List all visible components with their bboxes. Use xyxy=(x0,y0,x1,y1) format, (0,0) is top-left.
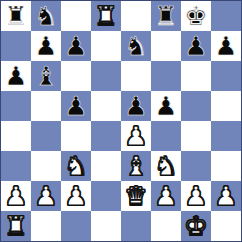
square-b7[interactable]: ♟ xyxy=(31,31,61,61)
square-f7[interactable] xyxy=(151,31,181,61)
square-e7[interactable]: ♞ xyxy=(121,31,151,61)
square-b6[interactable]: ♝ xyxy=(31,61,61,91)
square-f2[interactable]: ♟ xyxy=(151,181,181,211)
square-d2[interactable] xyxy=(91,181,121,211)
square-g3[interactable] xyxy=(181,151,211,181)
square-g8[interactable]: ♚ xyxy=(181,1,211,31)
square-a2[interactable]: ♟ xyxy=(1,181,31,211)
square-a1[interactable]: ♜ xyxy=(1,211,31,241)
square-a6[interactable]: ♟ xyxy=(1,61,31,91)
piece-black-rook: ♜ xyxy=(154,1,177,31)
square-d7[interactable] xyxy=(91,31,121,61)
square-c7[interactable]: ♟ xyxy=(61,31,91,61)
piece-white-pawn: ♟ xyxy=(124,121,147,151)
square-e5[interactable]: ♟ xyxy=(121,91,151,121)
square-g1[interactable]: ♚ xyxy=(181,211,211,241)
square-d1[interactable] xyxy=(91,211,121,241)
square-c4[interactable] xyxy=(61,121,91,151)
square-a3[interactable] xyxy=(1,151,31,181)
chess-board: ♜♞♜♜♚♟♟♞♟♟♟♝♟♟♟♟♞♝♞♟♟♟♛♟♟♟♜♚ xyxy=(0,0,242,242)
piece-white-knight: ♞ xyxy=(154,151,177,181)
piece-black-pawn: ♟ xyxy=(154,91,177,121)
piece-black-pawn: ♟ xyxy=(124,91,147,121)
square-b8[interactable]: ♞ xyxy=(31,1,61,31)
square-h6[interactable] xyxy=(211,61,241,91)
piece-black-pawn: ♟ xyxy=(34,31,57,61)
square-h3[interactable] xyxy=(211,151,241,181)
square-d6[interactable] xyxy=(91,61,121,91)
square-g5[interactable] xyxy=(181,91,211,121)
square-b2[interactable]: ♟ xyxy=(31,181,61,211)
square-h2[interactable]: ♟ xyxy=(211,181,241,211)
piece-black-pawn: ♟ xyxy=(184,31,207,61)
piece-black-pawn: ♟ xyxy=(4,61,27,91)
square-b4[interactable] xyxy=(31,121,61,151)
square-f6[interactable] xyxy=(151,61,181,91)
square-e2[interactable]: ♛ xyxy=(121,181,151,211)
piece-white-king: ♚ xyxy=(184,211,207,241)
square-a4[interactable] xyxy=(1,121,31,151)
square-d4[interactable] xyxy=(91,121,121,151)
piece-black-knight: ♞ xyxy=(34,1,57,31)
square-h5[interactable] xyxy=(211,91,241,121)
square-h4[interactable] xyxy=(211,121,241,151)
square-f5[interactable]: ♟ xyxy=(151,91,181,121)
square-e1[interactable] xyxy=(121,211,151,241)
piece-black-rook: ♜ xyxy=(4,1,27,31)
square-d5[interactable] xyxy=(91,91,121,121)
square-e3[interactable]: ♝ xyxy=(121,151,151,181)
square-h1[interactable] xyxy=(211,211,241,241)
square-b3[interactable] xyxy=(31,151,61,181)
piece-white-pawn: ♟ xyxy=(64,181,87,211)
piece-white-pawn: ♟ xyxy=(154,181,177,211)
square-f8[interactable]: ♜ xyxy=(151,1,181,31)
piece-black-pawn: ♟ xyxy=(64,31,87,61)
piece-white-rook: ♜ xyxy=(94,1,117,31)
square-h8[interactable] xyxy=(211,1,241,31)
square-d8[interactable]: ♜ xyxy=(91,1,121,31)
square-b5[interactable] xyxy=(31,91,61,121)
square-g4[interactable] xyxy=(181,121,211,151)
square-c3[interactable]: ♞ xyxy=(61,151,91,181)
square-f4[interactable] xyxy=(151,121,181,151)
square-b1[interactable] xyxy=(31,211,61,241)
piece-white-knight: ♞ xyxy=(64,151,87,181)
piece-white-bishop: ♝ xyxy=(124,151,147,181)
square-g6[interactable] xyxy=(181,61,211,91)
piece-black-knight: ♞ xyxy=(124,31,147,61)
square-c1[interactable] xyxy=(61,211,91,241)
piece-white-pawn: ♟ xyxy=(34,181,57,211)
square-e8[interactable] xyxy=(121,1,151,31)
piece-black-king: ♚ xyxy=(184,1,207,31)
square-c2[interactable]: ♟ xyxy=(61,181,91,211)
square-f3[interactable]: ♞ xyxy=(151,151,181,181)
square-c6[interactable] xyxy=(61,61,91,91)
piece-black-pawn: ♟ xyxy=(214,31,237,61)
square-d3[interactable] xyxy=(91,151,121,181)
square-f1[interactable] xyxy=(151,211,181,241)
piece-black-bishop: ♝ xyxy=(34,61,57,91)
square-a8[interactable]: ♜ xyxy=(1,1,31,31)
piece-black-pawn: ♟ xyxy=(64,91,87,121)
piece-white-queen: ♛ xyxy=(124,181,147,211)
piece-white-pawn: ♟ xyxy=(4,181,27,211)
piece-white-pawn: ♟ xyxy=(214,181,237,211)
piece-white-rook: ♜ xyxy=(4,211,27,241)
square-c5[interactable]: ♟ xyxy=(61,91,91,121)
square-c8[interactable] xyxy=(61,1,91,31)
square-e4[interactable]: ♟ xyxy=(121,121,151,151)
square-g7[interactable]: ♟ xyxy=(181,31,211,61)
square-g2[interactable]: ♟ xyxy=(181,181,211,211)
square-a7[interactable] xyxy=(1,31,31,61)
piece-white-pawn: ♟ xyxy=(184,181,207,211)
square-e6[interactable] xyxy=(121,61,151,91)
square-h7[interactable]: ♟ xyxy=(211,31,241,61)
square-a5[interactable] xyxy=(1,91,31,121)
